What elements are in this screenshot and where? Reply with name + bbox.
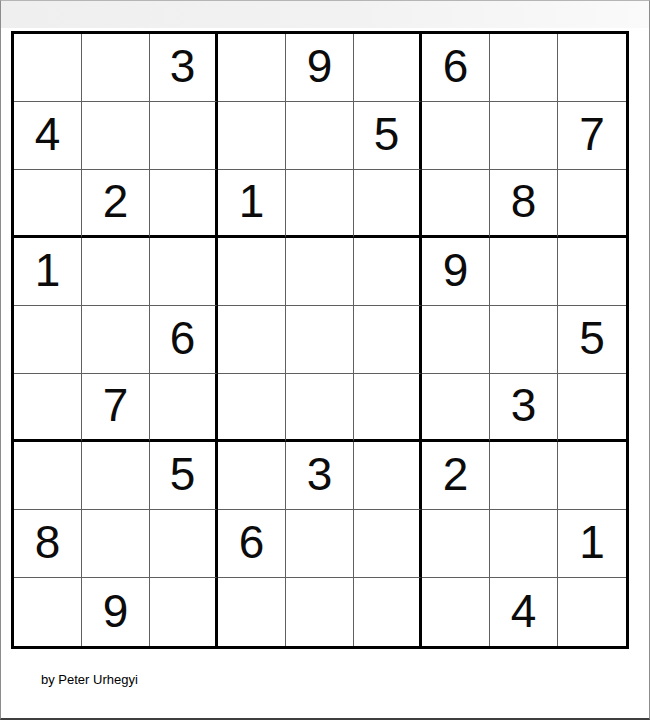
grid-cell-r6c2: 7 xyxy=(82,374,150,442)
grid-cell-r9c6[interactable] xyxy=(354,578,422,646)
grid-cell-r1c4[interactable] xyxy=(218,34,286,102)
grid-cell-r7c1[interactable] xyxy=(14,442,82,510)
grid-cell-r8c4: 6 xyxy=(218,510,286,578)
grid-cell-r6c6[interactable] xyxy=(354,374,422,442)
grid-cell-r2c5[interactable] xyxy=(286,102,354,170)
grid-cell-r5c7[interactable] xyxy=(422,306,490,374)
grid-cell-r3c1[interactable] xyxy=(14,170,82,238)
grid-cell-r6c9[interactable] xyxy=(558,374,626,442)
grid-cell-r3c6[interactable] xyxy=(354,170,422,238)
grid-cell-r4c1: 1 xyxy=(14,238,82,306)
grid-cell-r3c2: 2 xyxy=(82,170,150,238)
grid-cell-r1c1[interactable] xyxy=(14,34,82,102)
grid-cell-r4c5[interactable] xyxy=(286,238,354,306)
grid-cell-r9c2: 9 xyxy=(82,578,150,646)
grid-cell-r9c4[interactable] xyxy=(218,578,286,646)
grid-cell-r8c6[interactable] xyxy=(354,510,422,578)
grid-cell-r5c3: 6 xyxy=(150,306,218,374)
grid-cell-r8c9: 1 xyxy=(558,510,626,578)
grid-cell-r4c2[interactable] xyxy=(82,238,150,306)
grid-cell-r6c3[interactable] xyxy=(150,374,218,442)
grid-cell-r9c9[interactable] xyxy=(558,578,626,646)
grid-cell-r3c4: 1 xyxy=(218,170,286,238)
grid-cell-r1c7: 6 xyxy=(422,34,490,102)
grid-cell-r5c2[interactable] xyxy=(82,306,150,374)
grid-cell-r5c9: 5 xyxy=(558,306,626,374)
grid-cell-r1c9[interactable] xyxy=(558,34,626,102)
grid-cell-r2c4[interactable] xyxy=(218,102,286,170)
grid-cell-r4c8[interactable] xyxy=(490,238,558,306)
grid-cell-r2c9: 7 xyxy=(558,102,626,170)
grid-cell-r5c8[interactable] xyxy=(490,306,558,374)
grid-cell-r8c2[interactable] xyxy=(82,510,150,578)
grid-cell-r4c3[interactable] xyxy=(150,238,218,306)
grid-cell-r7c9[interactable] xyxy=(558,442,626,510)
grid-cell-r6c7[interactable] xyxy=(422,374,490,442)
grid-cell-r6c4[interactable] xyxy=(218,374,286,442)
grid-cell-r4c6[interactable] xyxy=(354,238,422,306)
page: 39645721819657353286194 by Peter Urhegyi xyxy=(0,0,650,720)
grid-cell-r5c4[interactable] xyxy=(218,306,286,374)
grid-cell-r3c3[interactable] xyxy=(150,170,218,238)
grid-cell-r9c5[interactable] xyxy=(286,578,354,646)
grid-cell-r7c6[interactable] xyxy=(354,442,422,510)
grid-cell-r8c8[interactable] xyxy=(490,510,558,578)
grid-cell-r8c5[interactable] xyxy=(286,510,354,578)
grid-cell-r6c5[interactable] xyxy=(286,374,354,442)
grid-cell-r3c7[interactable] xyxy=(422,170,490,238)
grid-cell-r1c8[interactable] xyxy=(490,34,558,102)
grid-cell-r8c7[interactable] xyxy=(422,510,490,578)
grid-cell-r1c5: 9 xyxy=(286,34,354,102)
grid-cell-r5c1[interactable] xyxy=(14,306,82,374)
grid-cell-r6c8: 3 xyxy=(490,374,558,442)
grid-cell-r7c3: 5 xyxy=(150,442,218,510)
grid-cell-r4c9[interactable] xyxy=(558,238,626,306)
grid-cell-r6c1[interactable] xyxy=(14,374,82,442)
grid-cell-r2c8[interactable] xyxy=(490,102,558,170)
grid-cell-r7c7: 2 xyxy=(422,442,490,510)
grid-cell-r9c7[interactable] xyxy=(422,578,490,646)
grid-cell-r7c2[interactable] xyxy=(82,442,150,510)
grid-cell-r4c4[interactable] xyxy=(218,238,286,306)
author-credit: by Peter Urhegyi xyxy=(41,672,138,687)
grid-cell-r2c2[interactable] xyxy=(82,102,150,170)
grid-cell-r7c8[interactable] xyxy=(490,442,558,510)
grid-cell-r8c3[interactable] xyxy=(150,510,218,578)
grid-cell-r9c1[interactable] xyxy=(14,578,82,646)
grid-cell-r7c4[interactable] xyxy=(218,442,286,510)
grid-cell-r2c7[interactable] xyxy=(422,102,490,170)
grid-cell-r3c8: 8 xyxy=(490,170,558,238)
grid-cell-r4c7: 9 xyxy=(422,238,490,306)
grid-cell-r3c9[interactable] xyxy=(558,170,626,238)
grid-cell-r2c3[interactable] xyxy=(150,102,218,170)
grid-cell-r5c5[interactable] xyxy=(286,306,354,374)
grid-cell-r1c6[interactable] xyxy=(354,34,422,102)
grid-cell-r3c5[interactable] xyxy=(286,170,354,238)
grid-cell-r5c6[interactable] xyxy=(354,306,422,374)
top-strip xyxy=(1,1,649,28)
sudoku-grid: 39645721819657353286194 xyxy=(11,31,629,649)
grid-cell-r1c3: 3 xyxy=(150,34,218,102)
grid-cell-r7c5: 3 xyxy=(286,442,354,510)
grid-cell-r8c1: 8 xyxy=(14,510,82,578)
grid-cell-r2c1: 4 xyxy=(14,102,82,170)
grid-cell-r9c8: 4 xyxy=(490,578,558,646)
grid-cell-r9c3[interactable] xyxy=(150,578,218,646)
grid-cell-r2c6: 5 xyxy=(354,102,422,170)
grid-cell-r1c2[interactable] xyxy=(82,34,150,102)
